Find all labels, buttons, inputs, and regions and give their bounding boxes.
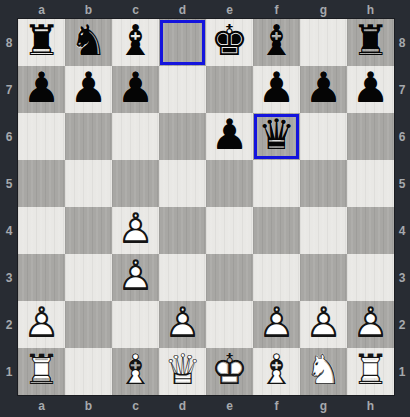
piece-white-rook[interactable]: ♜♖ — [18, 348, 65, 395]
square-e2[interactable] — [206, 301, 253, 348]
piece-white-bishop[interactable]: ♝♗ — [253, 348, 300, 395]
piece-white-queen[interactable]: ♛♕ — [159, 348, 206, 395]
square-f8[interactable]: ♗♝ — [253, 19, 300, 66]
black-pawn-icon: ♟ — [18, 66, 65, 113]
square-g6[interactable] — [300, 113, 347, 160]
white-queen-icon: ♕ — [159, 348, 206, 395]
square-g2[interactable]: ♟♙ — [300, 301, 347, 348]
white-rook-icon: ♜ — [347, 348, 394, 395]
square-d1[interactable]: ♛♕ — [159, 348, 206, 395]
white-bishop-icon: ♗ — [112, 348, 159, 395]
white-knight-icon: ♞ — [300, 348, 347, 395]
rank-label-right-7: 7 — [394, 66, 410, 113]
file-label-top-a: a — [18, 0, 65, 19]
square-c1[interactable]: ♝♗ — [112, 348, 159, 395]
square-d4[interactable] — [159, 207, 206, 254]
rank-label-left-2: 2 — [0, 301, 18, 348]
black-pawn-icon: ♙ — [206, 113, 253, 160]
square-d6[interactable] — [159, 113, 206, 160]
square-d7[interactable] — [159, 66, 206, 113]
piece-black-pawn[interactable]: ♙♟ — [65, 66, 112, 113]
white-rook-icon: ♖ — [347, 348, 394, 395]
file-label-bottom-g: g — [300, 395, 347, 417]
square-c2[interactable] — [112, 301, 159, 348]
square-e3[interactable] — [206, 254, 253, 301]
square-d5[interactable] — [159, 160, 206, 207]
white-rook-icon: ♖ — [18, 348, 65, 395]
square-e8[interactable]: ♔♚ — [206, 19, 253, 66]
piece-black-king[interactable]: ♔♚ — [206, 19, 253, 66]
piece-white-pawn[interactable]: ♟♙ — [112, 254, 159, 301]
square-b2[interactable] — [65, 301, 112, 348]
square-h1[interactable]: ♜♖ — [347, 348, 394, 395]
square-f7[interactable]: ♙♟ — [253, 66, 300, 113]
rank-label-left-3: 3 — [0, 254, 18, 301]
white-pawn-icon: ♙ — [300, 301, 347, 348]
black-pawn-icon: ♟ — [65, 66, 112, 113]
black-knight-icon: ♞ — [65, 19, 112, 66]
black-pawn-icon: ♟ — [206, 113, 253, 160]
square-f5[interactable] — [253, 160, 300, 207]
piece-white-pawn[interactable]: ♟♙ — [18, 301, 65, 348]
piece-white-rook[interactable]: ♜♖ — [347, 348, 394, 395]
file-label-bottom-a: a — [18, 395, 65, 417]
rank-label-right-4: 4 — [394, 207, 410, 254]
rank-labels-right: 87654321 — [394, 19, 410, 395]
square-e7[interactable] — [206, 66, 253, 113]
piece-black-pawn[interactable]: ♙♟ — [300, 66, 347, 113]
rank-label-left-1: 1 — [0, 348, 18, 395]
rank-labels-left: 87654321 — [0, 19, 18, 395]
rank-label-left-4: 4 — [0, 207, 18, 254]
black-pawn-icon: ♙ — [65, 66, 112, 113]
square-h7[interactable]: ♙♟ — [347, 66, 394, 113]
piece-white-pawn[interactable]: ♟♙ — [347, 301, 394, 348]
square-a8[interactable]: ♖♜ — [18, 19, 65, 66]
white-rook-icon: ♜ — [18, 348, 65, 395]
black-rook-icon: ♖ — [18, 19, 65, 66]
white-knight-icon: ♘ — [300, 348, 347, 395]
square-h8[interactable]: ♖♜ — [347, 19, 394, 66]
piece-black-bishop[interactable]: ♗♝ — [112, 19, 159, 66]
square-a1[interactable]: ♜♖ — [18, 348, 65, 395]
square-f1[interactable]: ♝♗ — [253, 348, 300, 395]
black-pawn-icon: ♟ — [253, 66, 300, 113]
square-g1[interactable]: ♞♘ — [300, 348, 347, 395]
black-rook-icon: ♖ — [347, 19, 394, 66]
black-king-icon: ♔ — [206, 19, 253, 66]
piece-black-pawn[interactable]: ♙♟ — [112, 66, 159, 113]
chess-board: ♖♜♘♞♗♝♔♚♗♝♖♜♙♟♙♟♙♟♙♟♙♟♙♟♙♟♕♛♟♙♟♙♟♙♟♙♟♙♟♙… — [18, 19, 394, 395]
black-queen-icon: ♕ — [253, 113, 300, 160]
black-pawn-icon: ♟ — [112, 66, 159, 113]
file-label-bottom-b: b — [65, 395, 112, 417]
square-f6[interactable]: ♕♛ — [253, 113, 300, 160]
square-b6[interactable] — [65, 113, 112, 160]
piece-white-bishop[interactable]: ♝♗ — [112, 348, 159, 395]
black-king-icon: ♚ — [206, 19, 253, 66]
square-b5[interactable] — [65, 160, 112, 207]
square-a2[interactable]: ♟♙ — [18, 301, 65, 348]
piece-white-pawn[interactable]: ♟♙ — [300, 301, 347, 348]
black-queen-icon: ♛ — [253, 113, 300, 160]
white-pawn-icon: ♙ — [112, 254, 159, 301]
white-pawn-icon: ♟ — [112, 254, 159, 301]
square-b4[interactable] — [65, 207, 112, 254]
piece-black-pawn[interactable]: ♙♟ — [253, 66, 300, 113]
square-a6[interactable] — [18, 113, 65, 160]
black-bishop-icon: ♗ — [112, 19, 159, 66]
white-pawn-icon: ♟ — [18, 301, 65, 348]
white-pawn-icon: ♙ — [159, 301, 206, 348]
square-g3[interactable] — [300, 254, 347, 301]
white-pawn-icon: ♟ — [300, 301, 347, 348]
square-a7[interactable]: ♙♟ — [18, 66, 65, 113]
square-c3[interactable]: ♟♙ — [112, 254, 159, 301]
square-g8[interactable] — [300, 19, 347, 66]
square-d3[interactable] — [159, 254, 206, 301]
white-bishop-icon: ♝ — [112, 348, 159, 395]
square-c4[interactable]: ♟♙ — [112, 207, 159, 254]
square-f4[interactable] — [253, 207, 300, 254]
black-pawn-icon: ♟ — [347, 66, 394, 113]
square-h6[interactable] — [347, 113, 394, 160]
square-h2[interactable]: ♟♙ — [347, 301, 394, 348]
piece-black-bishop[interactable]: ♗♝ — [253, 19, 300, 66]
rank-label-left-6: 6 — [0, 113, 18, 160]
file-label-bottom-c: c — [112, 395, 159, 417]
rank-label-right-2: 2 — [394, 301, 410, 348]
square-c8[interactable]: ♗♝ — [112, 19, 159, 66]
square-e4[interactable] — [206, 207, 253, 254]
square-e1[interactable]: ♚♔ — [206, 348, 253, 395]
piece-black-pawn[interactable]: ♙♟ — [347, 66, 394, 113]
file-label-top-g: g — [300, 0, 347, 19]
black-pawn-icon: ♙ — [347, 66, 394, 113]
file-label-top-d: d — [159, 0, 206, 19]
white-pawn-icon: ♟ — [253, 301, 300, 348]
black-pawn-icon: ♟ — [300, 66, 347, 113]
rank-label-right-6: 6 — [394, 113, 410, 160]
chess-board-frame: abcdefgh 87654321 87654321 abcdefgh ♖♜♘♞… — [0, 0, 410, 417]
file-label-bottom-d: d — [159, 395, 206, 417]
file-label-top-f: f — [253, 0, 300, 19]
rank-label-left-8: 8 — [0, 19, 18, 66]
white-pawn-icon: ♙ — [18, 301, 65, 348]
rank-label-right-3: 3 — [394, 254, 410, 301]
square-h5[interactable] — [347, 160, 394, 207]
white-pawn-icon: ♙ — [253, 301, 300, 348]
piece-white-pawn[interactable]: ♟♙ — [253, 301, 300, 348]
white-pawn-icon: ♟ — [347, 301, 394, 348]
square-b8[interactable]: ♘♞ — [65, 19, 112, 66]
piece-black-rook[interactable]: ♖♜ — [18, 19, 65, 66]
square-h4[interactable] — [347, 207, 394, 254]
square-c6[interactable] — [112, 113, 159, 160]
rank-label-right-5: 5 — [394, 160, 410, 207]
piece-white-knight[interactable]: ♞♘ — [300, 348, 347, 395]
black-knight-icon: ♘ — [65, 19, 112, 66]
white-pawn-icon: ♟ — [159, 301, 206, 348]
file-label-bottom-h: h — [347, 395, 394, 417]
square-g4[interactable] — [300, 207, 347, 254]
piece-black-pawn[interactable]: ♙♟ — [206, 113, 253, 160]
white-bishop-icon: ♗ — [253, 348, 300, 395]
piece-white-pawn[interactable]: ♟♙ — [112, 207, 159, 254]
square-b3[interactable] — [65, 254, 112, 301]
square-d2[interactable]: ♟♙ — [159, 301, 206, 348]
black-rook-icon: ♜ — [18, 19, 65, 66]
square-g7[interactable]: ♙♟ — [300, 66, 347, 113]
rank-label-right-1: 1 — [394, 348, 410, 395]
rank-label-left-7: 7 — [0, 66, 18, 113]
black-bishop-icon: ♝ — [253, 19, 300, 66]
square-b7[interactable]: ♙♟ — [65, 66, 112, 113]
square-e6[interactable]: ♙♟ — [206, 113, 253, 160]
white-king-icon: ♚ — [206, 348, 253, 395]
piece-white-king[interactable]: ♚♔ — [206, 348, 253, 395]
white-bishop-icon: ♝ — [253, 348, 300, 395]
white-queen-icon: ♛ — [159, 348, 206, 395]
square-a3[interactable] — [18, 254, 65, 301]
square-f3[interactable] — [253, 254, 300, 301]
piece-white-pawn[interactable]: ♟♙ — [159, 301, 206, 348]
square-a5[interactable] — [18, 160, 65, 207]
square-b1[interactable] — [65, 348, 112, 395]
file-label-bottom-f: f — [253, 395, 300, 417]
square-c5[interactable] — [112, 160, 159, 207]
square-f2[interactable]: ♟♙ — [253, 301, 300, 348]
square-a4[interactable] — [18, 207, 65, 254]
piece-black-knight[interactable]: ♘♞ — [65, 19, 112, 66]
file-labels-top: abcdefgh — [18, 0, 394, 19]
black-pawn-icon: ♙ — [18, 66, 65, 113]
file-label-top-b: b — [65, 0, 112, 19]
white-king-icon: ♔ — [206, 348, 253, 395]
square-d8[interactable] — [159, 19, 206, 66]
file-label-bottom-e: e — [206, 395, 253, 417]
square-g5[interactable] — [300, 160, 347, 207]
file-labels-bottom: abcdefgh — [18, 395, 394, 417]
white-pawn-icon: ♙ — [112, 207, 159, 254]
square-h3[interactable] — [347, 254, 394, 301]
piece-black-queen[interactable]: ♕♛ — [253, 113, 300, 160]
black-pawn-icon: ♙ — [253, 66, 300, 113]
black-pawn-icon: ♙ — [112, 66, 159, 113]
file-label-top-c: c — [112, 0, 159, 19]
piece-black-pawn[interactable]: ♙♟ — [18, 66, 65, 113]
file-label-top-h: h — [347, 0, 394, 19]
square-e5[interactable] — [206, 160, 253, 207]
white-pawn-icon: ♟ — [112, 207, 159, 254]
rank-label-right-8: 8 — [394, 19, 410, 66]
white-pawn-icon: ♙ — [347, 301, 394, 348]
black-bishop-icon: ♝ — [112, 19, 159, 66]
square-c7[interactable]: ♙♟ — [112, 66, 159, 113]
piece-black-rook[interactable]: ♖♜ — [347, 19, 394, 66]
rank-label-left-5: 5 — [0, 160, 18, 207]
file-label-top-e: e — [206, 0, 253, 19]
black-bishop-icon: ♗ — [253, 19, 300, 66]
black-pawn-icon: ♙ — [300, 66, 347, 113]
black-rook-icon: ♜ — [347, 19, 394, 66]
